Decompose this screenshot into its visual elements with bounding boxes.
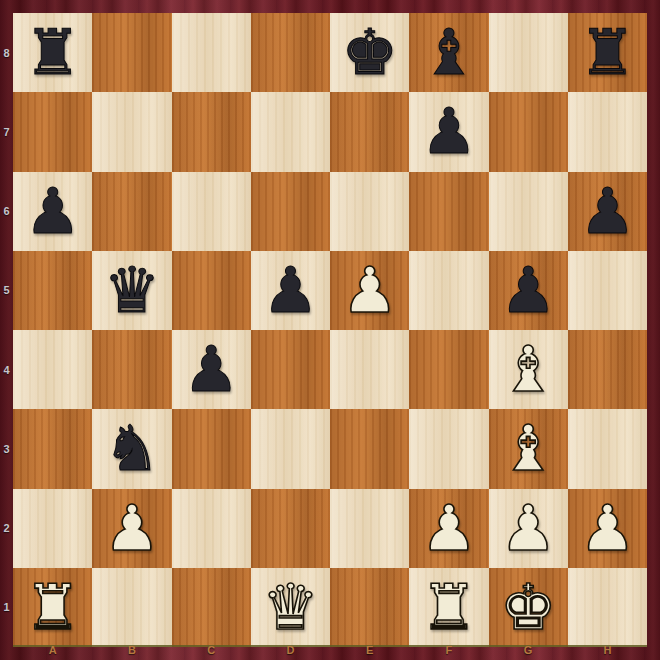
square-b6[interactable]	[92, 172, 171, 251]
square-f2[interactable]: ♟	[409, 489, 488, 568]
square-f6[interactable]	[409, 172, 488, 251]
piece-white-rook-a1[interactable]: ♜	[24, 568, 80, 647]
square-c8[interactable]	[172, 13, 251, 92]
piece-black-king-e8[interactable]: ♚	[341, 13, 397, 92]
rank-label-2: 2	[0, 522, 13, 534]
rank-label-5: 5	[0, 284, 13, 296]
piece-black-pawn-c4[interactable]: ♟	[183, 330, 239, 409]
chess-board: ♜♚♝♜♟♟♟♛♟♟♟♟♝♞♝♟♟♟♟♜♛♜♚	[13, 13, 647, 647]
rank-label-7: 7	[0, 126, 13, 138]
square-c3[interactable]	[172, 409, 251, 488]
square-b1[interactable]	[92, 568, 171, 647]
square-b3[interactable]: ♞	[92, 409, 171, 488]
piece-black-bishop-f8[interactable]: ♝	[421, 13, 477, 92]
square-e3[interactable]	[330, 409, 409, 488]
piece-black-queen-b5[interactable]: ♛	[104, 251, 160, 330]
square-a3[interactable]	[13, 409, 92, 488]
piece-white-pawn-b2[interactable]: ♟	[104, 489, 160, 568]
piece-white-bishop-g3[interactable]: ♝	[500, 409, 556, 488]
square-d7[interactable]	[251, 92, 330, 171]
square-h2[interactable]: ♟	[568, 489, 647, 568]
piece-black-rook-a8[interactable]: ♜	[24, 13, 80, 92]
square-f4[interactable]	[409, 330, 488, 409]
square-h7[interactable]	[568, 92, 647, 171]
square-a1[interactable]: ♜	[13, 568, 92, 647]
square-e5[interactable]: ♟	[330, 251, 409, 330]
square-a5[interactable]	[13, 251, 92, 330]
square-f3[interactable]	[409, 409, 488, 488]
square-d6[interactable]	[251, 172, 330, 251]
square-f5[interactable]	[409, 251, 488, 330]
square-f1[interactable]: ♜	[409, 568, 488, 647]
chess-board-frame: ♜♚♝♜♟♟♟♛♟♟♟♟♝♞♝♟♟♟♟♜♛♜♚ 87654321ABCDEFGH	[0, 0, 660, 660]
piece-white-pawn-h2[interactable]: ♟	[579, 489, 635, 568]
square-h4[interactable]	[568, 330, 647, 409]
rank-label-1: 1	[0, 601, 13, 613]
piece-white-bishop-g4[interactable]: ♝	[500, 330, 556, 409]
piece-white-king-g1[interactable]: ♚	[500, 568, 556, 647]
square-f8[interactable]: ♝	[409, 13, 488, 92]
square-d1[interactable]: ♛	[251, 568, 330, 647]
square-e1[interactable]	[330, 568, 409, 647]
square-g2[interactable]: ♟	[489, 489, 568, 568]
rank-label-3: 3	[0, 443, 13, 455]
square-b2[interactable]: ♟	[92, 489, 171, 568]
square-a8[interactable]: ♜	[13, 13, 92, 92]
square-c1[interactable]	[172, 568, 251, 647]
square-g1[interactable]: ♚	[489, 568, 568, 647]
piece-white-pawn-f2[interactable]: ♟	[421, 489, 477, 568]
square-h1[interactable]	[568, 568, 647, 647]
square-h5[interactable]	[568, 251, 647, 330]
piece-black-pawn-h6[interactable]: ♟	[579, 172, 635, 251]
square-a2[interactable]	[13, 489, 92, 568]
square-a7[interactable]	[13, 92, 92, 171]
square-b4[interactable]	[92, 330, 171, 409]
square-f7[interactable]: ♟	[409, 92, 488, 171]
square-e6[interactable]	[330, 172, 409, 251]
square-g5[interactable]: ♟	[489, 251, 568, 330]
piece-white-rook-f1[interactable]: ♜	[421, 568, 477, 647]
square-e4[interactable]	[330, 330, 409, 409]
rank-label-8: 8	[0, 47, 13, 59]
piece-black-pawn-d5[interactable]: ♟	[262, 251, 318, 330]
square-g8[interactable]	[489, 13, 568, 92]
square-d8[interactable]	[251, 13, 330, 92]
piece-black-rook-h8[interactable]: ♜	[579, 13, 635, 92]
square-h8[interactable]: ♜	[568, 13, 647, 92]
piece-black-pawn-f7[interactable]: ♟	[421, 92, 477, 171]
square-b7[interactable]	[92, 92, 171, 171]
square-e7[interactable]	[330, 92, 409, 171]
piece-white-pawn-e5[interactable]: ♟	[341, 251, 397, 330]
square-b8[interactable]	[92, 13, 171, 92]
square-d4[interactable]	[251, 330, 330, 409]
piece-white-pawn-g2[interactable]: ♟	[500, 489, 556, 568]
square-d2[interactable]	[251, 489, 330, 568]
square-d5[interactable]: ♟	[251, 251, 330, 330]
square-d3[interactable]	[251, 409, 330, 488]
square-c6[interactable]	[172, 172, 251, 251]
square-e8[interactable]: ♚	[330, 13, 409, 92]
piece-black-pawn-g5[interactable]: ♟	[500, 251, 556, 330]
square-g3[interactable]: ♝	[489, 409, 568, 488]
square-g7[interactable]	[489, 92, 568, 171]
square-c4[interactable]: ♟	[172, 330, 251, 409]
square-c7[interactable]	[172, 92, 251, 171]
square-a4[interactable]	[13, 330, 92, 409]
square-h3[interactable]	[568, 409, 647, 488]
square-a6[interactable]: ♟	[13, 172, 92, 251]
square-h6[interactable]: ♟	[568, 172, 647, 251]
piece-white-queen-d1[interactable]: ♛	[262, 568, 318, 647]
square-g4[interactable]: ♝	[489, 330, 568, 409]
piece-black-knight-b3[interactable]: ♞	[104, 409, 160, 488]
square-e2[interactable]	[330, 489, 409, 568]
square-c2[interactable]	[172, 489, 251, 568]
square-g6[interactable]	[489, 172, 568, 251]
rank-label-4: 4	[0, 364, 13, 376]
square-b5[interactable]: ♛	[92, 251, 171, 330]
piece-black-pawn-a6[interactable]: ♟	[24, 172, 80, 251]
square-c5[interactable]	[172, 251, 251, 330]
rank-label-6: 6	[0, 205, 13, 217]
